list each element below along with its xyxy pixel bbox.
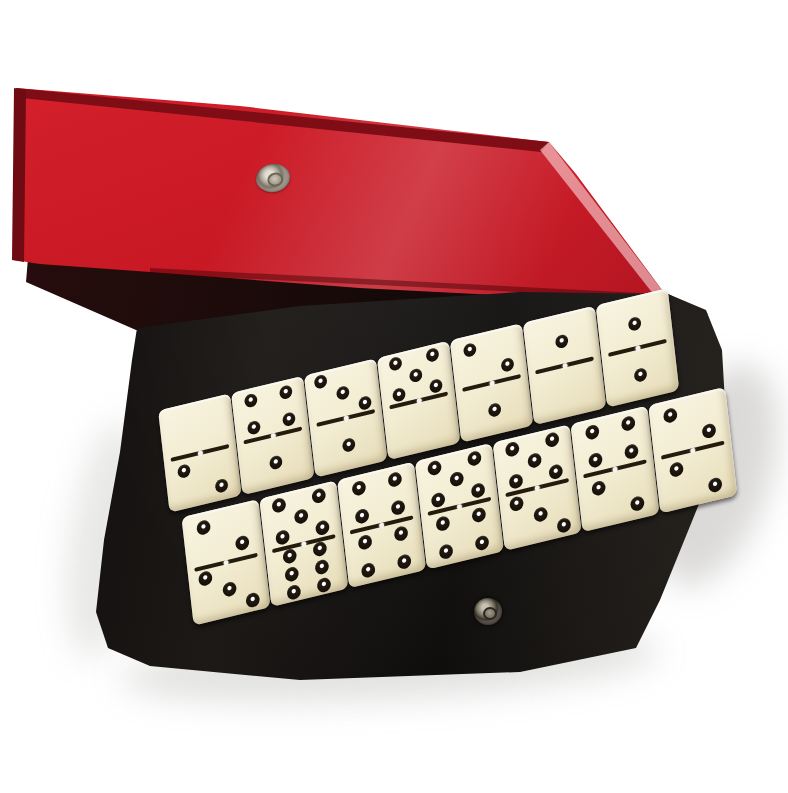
domino-tile-5-0 <box>377 341 461 460</box>
pip <box>471 482 486 499</box>
pip <box>394 525 409 542</box>
pip <box>500 356 514 372</box>
pip <box>472 506 487 523</box>
pip <box>533 506 548 523</box>
pip <box>426 347 440 363</box>
pip <box>221 581 236 598</box>
domino-tile-1-0 <box>523 306 607 425</box>
pip <box>591 480 606 497</box>
pip <box>509 495 524 512</box>
pip <box>556 517 571 534</box>
pip <box>247 419 261 435</box>
pip <box>668 461 683 478</box>
pip <box>526 452 541 469</box>
domino-tile-5-3 <box>493 424 582 551</box>
pip <box>235 534 250 551</box>
domino-tile-5-4 <box>415 443 504 570</box>
pip <box>392 387 406 403</box>
pip <box>286 584 301 601</box>
pip <box>271 497 286 514</box>
pip <box>282 411 296 427</box>
pip <box>548 463 563 480</box>
pip <box>391 499 406 516</box>
pip <box>357 534 372 551</box>
tray-snap-button <box>474 598 502 625</box>
pip <box>351 480 366 497</box>
pip <box>275 529 290 546</box>
domino-tile-2-1 <box>450 323 534 442</box>
pip <box>342 436 356 452</box>
domino-tile-2-3 <box>181 499 270 626</box>
domino-tile-0-2 <box>158 393 242 512</box>
pip <box>708 476 723 493</box>
pip <box>358 395 372 411</box>
pip <box>269 454 283 470</box>
domino-tile-2-2 <box>648 387 737 514</box>
pip <box>431 492 446 509</box>
pip <box>245 592 260 609</box>
pip <box>630 495 645 512</box>
pip <box>429 378 443 394</box>
pip <box>505 440 520 457</box>
pip <box>449 471 464 488</box>
pip <box>555 333 569 349</box>
pip <box>315 519 330 536</box>
pip <box>198 570 213 587</box>
pip <box>315 558 330 575</box>
pip <box>354 508 369 525</box>
domino-case-photo <box>0 0 788 793</box>
domino-tile-4-1 <box>231 376 315 495</box>
pip <box>360 562 375 579</box>
pip <box>628 315 642 331</box>
domino-tile-4-2 <box>570 406 659 533</box>
pip <box>293 508 308 525</box>
pip <box>409 367 423 383</box>
pip <box>662 407 677 424</box>
pip <box>624 443 639 460</box>
pip <box>488 401 502 417</box>
pip <box>177 463 191 479</box>
pip <box>438 543 453 560</box>
pip <box>633 366 647 382</box>
pip <box>587 452 602 469</box>
pip <box>336 384 350 400</box>
pip <box>196 519 211 536</box>
pip <box>311 487 326 504</box>
domino-tile-1-1 <box>596 288 680 407</box>
pip <box>388 471 403 488</box>
pip <box>279 384 293 400</box>
pip <box>427 459 442 476</box>
pip <box>317 577 332 594</box>
pip <box>214 478 228 494</box>
domino-tile-4-4 <box>337 462 426 589</box>
pip <box>463 342 477 358</box>
pip <box>397 553 412 570</box>
pip <box>475 534 490 551</box>
pip <box>621 415 636 432</box>
pip <box>284 566 299 583</box>
domino-tile-3-1 <box>304 358 388 477</box>
domino-tile-5-6 <box>259 480 348 607</box>
pip <box>435 515 450 532</box>
pip <box>467 450 482 467</box>
pip <box>702 422 717 439</box>
pip <box>244 393 258 409</box>
pip <box>388 356 402 372</box>
pip <box>545 431 560 448</box>
pip <box>508 473 523 490</box>
pip <box>584 424 599 441</box>
pip <box>314 374 328 390</box>
